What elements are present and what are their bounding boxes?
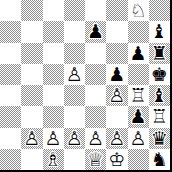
square-a1[interactable]	[0, 149, 21, 170]
square-e5[interactable]	[85, 64, 106, 85]
square-d5[interactable]: ♟♙	[64, 64, 85, 85]
square-g5[interactable]	[128, 64, 149, 85]
black-pawn: ♟	[106, 64, 127, 85]
black-king: ♚	[149, 64, 170, 85]
square-f5[interactable]: ♟♟	[106, 64, 127, 85]
square-c8[interactable]	[43, 0, 64, 21]
board-grid: ♞♘♟♟♝♝♟♟♜♜♟♙♟♟♚♚♟♙♜♖♝♝♟♟♜♖♟♙♟♙♟♙♟♙♟♙♟♙♛♛…	[0, 0, 170, 170]
chess-board: ♞♘♟♟♝♝♟♟♜♜♟♙♟♟♚♚♟♙♜♖♝♝♟♟♜♖♟♙♟♙♟♙♟♙♟♙♟♙♛♛…	[0, 0, 172, 172]
white-pawn: ♙	[128, 128, 149, 149]
white-bishop: ♗	[43, 149, 64, 170]
square-h8[interactable]	[149, 0, 170, 21]
square-d3[interactable]	[64, 106, 85, 127]
white-pawn: ♙	[21, 128, 42, 149]
square-f2[interactable]: ♟♙	[106, 128, 127, 149]
square-g7[interactable]	[128, 21, 149, 42]
square-a7[interactable]	[0, 21, 21, 42]
square-b2[interactable]: ♟♙	[21, 128, 42, 149]
white-pawn: ♙	[106, 85, 127, 106]
square-d8[interactable]	[64, 0, 85, 21]
white-pawn: ♙	[43, 128, 64, 149]
square-f6[interactable]	[106, 43, 127, 64]
square-a4[interactable]	[0, 85, 21, 106]
square-e7[interactable]: ♟♟	[85, 21, 106, 42]
square-a2[interactable]	[0, 128, 21, 149]
square-c7[interactable]	[43, 21, 64, 42]
square-d6[interactable]	[64, 43, 85, 64]
square-h7[interactable]: ♝♝	[149, 21, 170, 42]
white-king: ♔	[106, 149, 127, 170]
square-g8[interactable]: ♞♘	[128, 0, 149, 21]
square-h6[interactable]: ♜♜	[149, 43, 170, 64]
white-rook: ♖	[149, 106, 170, 127]
square-b4[interactable]	[21, 85, 42, 106]
white-pawn: ♙	[106, 128, 127, 149]
square-b5[interactable]	[21, 64, 42, 85]
square-d1[interactable]	[64, 149, 85, 170]
black-knight: ♞	[149, 149, 170, 170]
square-g3[interactable]: ♟♟	[128, 106, 149, 127]
square-g1[interactable]	[128, 149, 149, 170]
square-h3[interactable]: ♜♖	[149, 106, 170, 127]
square-c5[interactable]	[43, 64, 64, 85]
square-f7[interactable]	[106, 21, 127, 42]
square-c3[interactable]	[43, 106, 64, 127]
square-e2[interactable]: ♟♙	[85, 128, 106, 149]
square-e8[interactable]	[85, 0, 106, 21]
square-d7[interactable]	[64, 21, 85, 42]
square-h4[interactable]: ♝♝	[149, 85, 170, 106]
square-c2[interactable]: ♟♙	[43, 128, 64, 149]
square-h2[interactable]: ♛♛	[149, 128, 170, 149]
square-f8[interactable]	[106, 0, 127, 21]
white-pawn: ♙	[64, 128, 85, 149]
white-knight: ♘	[128, 0, 149, 21]
square-b8[interactable]	[21, 0, 42, 21]
square-b1[interactable]	[21, 149, 42, 170]
black-pawn: ♟	[128, 106, 149, 127]
black-rook: ♜	[149, 43, 170, 64]
square-f4[interactable]: ♟♙	[106, 85, 127, 106]
square-e3[interactable]	[85, 106, 106, 127]
square-c4[interactable]	[43, 85, 64, 106]
square-a8[interactable]	[0, 0, 21, 21]
black-queen: ♛	[149, 128, 170, 149]
square-h1[interactable]: ♞♞	[149, 149, 170, 170]
square-g2[interactable]: ♟♙	[128, 128, 149, 149]
square-f1[interactable]: ♚♔	[106, 149, 127, 170]
square-a5[interactable]	[0, 64, 21, 85]
square-f3[interactable]	[106, 106, 127, 127]
square-c6[interactable]	[43, 43, 64, 64]
square-b3[interactable]	[21, 106, 42, 127]
black-pawn: ♟	[85, 21, 106, 42]
square-e4[interactable]	[85, 85, 106, 106]
square-e1[interactable]: ♛♕	[85, 149, 106, 170]
square-a3[interactable]	[0, 106, 21, 127]
black-bishop: ♝	[149, 85, 170, 106]
black-bishop: ♝	[149, 21, 170, 42]
square-h5[interactable]: ♚♚	[149, 64, 170, 85]
square-a6[interactable]	[0, 43, 21, 64]
square-b6[interactable]	[21, 43, 42, 64]
white-pawn: ♙	[85, 128, 106, 149]
square-g4[interactable]: ♜♖	[128, 85, 149, 106]
white-queen: ♕	[85, 149, 106, 170]
square-d4[interactable]	[64, 85, 85, 106]
white-pawn: ♙	[64, 64, 85, 85]
square-e6[interactable]	[85, 43, 106, 64]
square-b7[interactable]	[21, 21, 42, 42]
square-g6[interactable]: ♟♟	[128, 43, 149, 64]
square-c1[interactable]: ♝♗	[43, 149, 64, 170]
black-pawn: ♟	[128, 43, 149, 64]
square-d2[interactable]: ♟♙	[64, 128, 85, 149]
white-rook: ♖	[128, 85, 149, 106]
